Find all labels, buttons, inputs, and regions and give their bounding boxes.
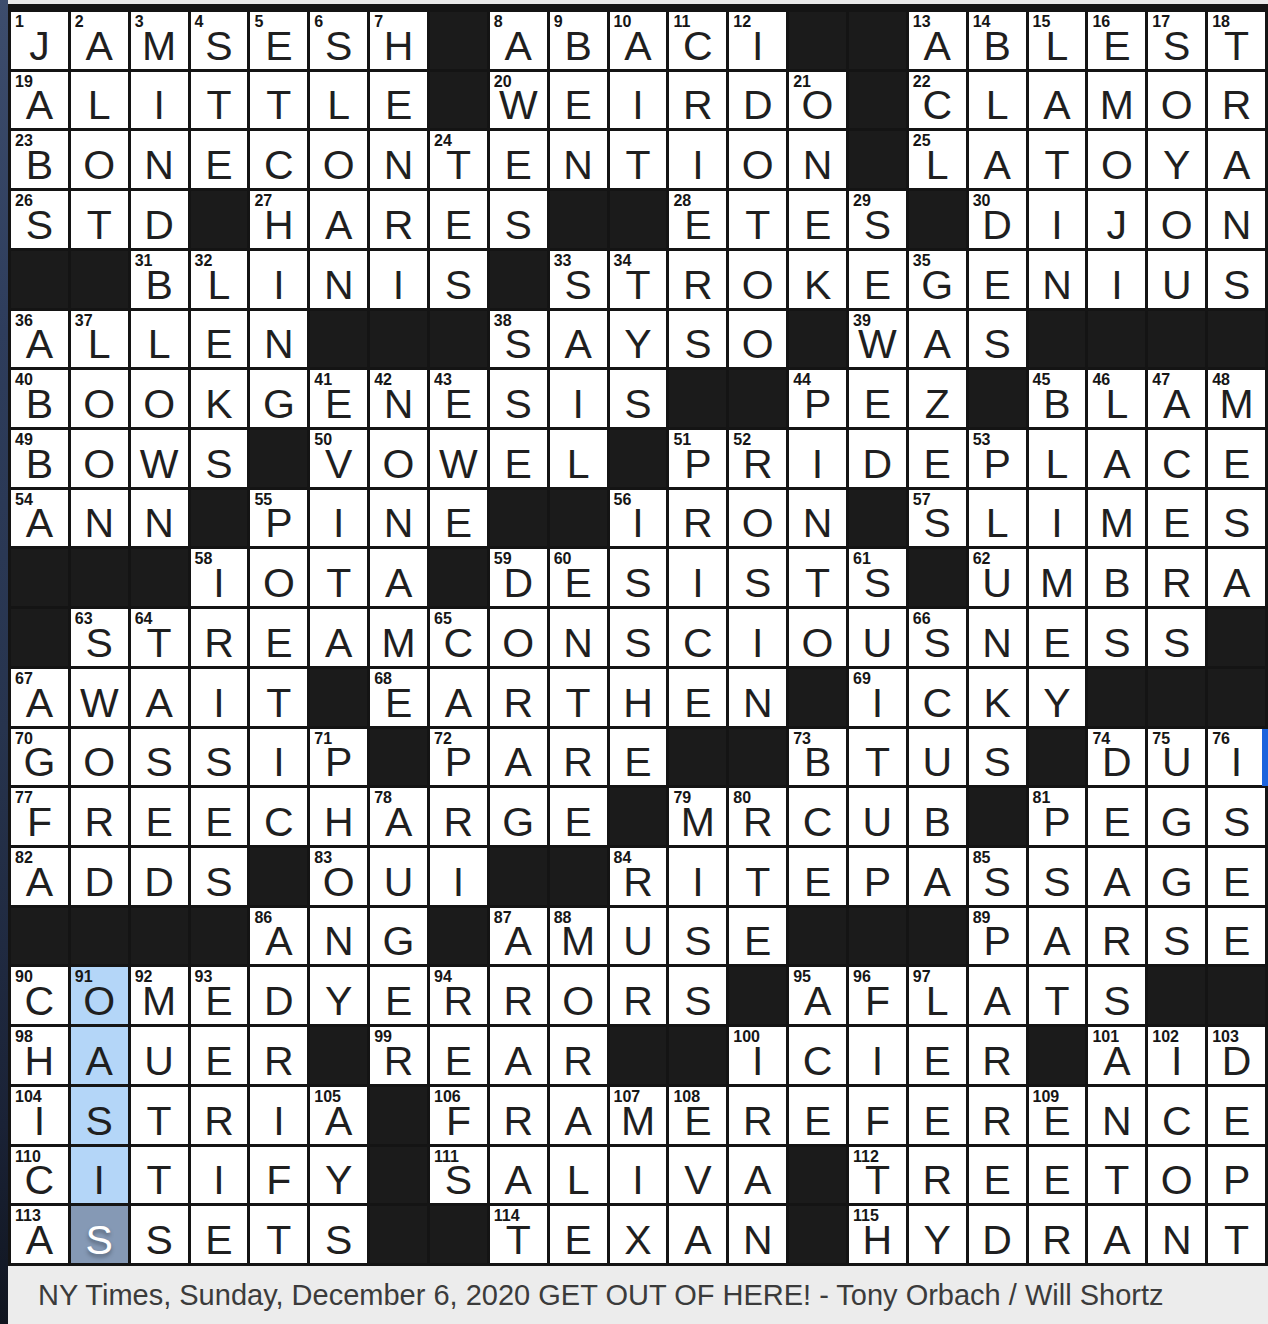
cell-2-4[interactable]: T (191, 72, 248, 129)
cell-18-5[interactable]: R (250, 1027, 307, 1084)
cell-8-19[interactable]: A (1088, 430, 1145, 487)
cell-14-8[interactable]: R (430, 788, 487, 845)
cell-19-17[interactable]: R (969, 1087, 1026, 1144)
cell-6-11[interactable]: Y (610, 311, 667, 368)
cell-20-9[interactable]: A (490, 1147, 547, 1204)
cell-9-16[interactable]: 57S (909, 490, 966, 547)
cell-11-14[interactable]: O (789, 609, 846, 666)
cell-18-4[interactable]: E (191, 1027, 248, 1084)
cell-7-3[interactable]: O (131, 370, 188, 427)
cell-4-21[interactable]: N (1208, 191, 1265, 248)
cell-3-1[interactable]: 23B (11, 131, 68, 188)
cell-12-2[interactable]: W (71, 669, 128, 726)
cell-20-5[interactable]: F (250, 1147, 307, 1204)
cell-2-18[interactable]: A (1029, 72, 1086, 129)
cell-19-21[interactable]: E (1208, 1087, 1265, 1144)
cell-4-17[interactable]: 30D (969, 191, 1026, 248)
cell-19-16[interactable]: E (909, 1087, 966, 1144)
cell-18-8[interactable]: E (430, 1027, 487, 1084)
cell-17-15[interactable]: 96F (849, 967, 906, 1024)
cell-4-14[interactable]: E (789, 191, 846, 248)
cell-21-2[interactable]: S (71, 1206, 128, 1263)
cell-1-7[interactable]: 7H (370, 12, 427, 69)
cell-13-5[interactable]: I (250, 729, 307, 786)
cell-17-8[interactable]: 94R (430, 967, 487, 1024)
cell-2-16[interactable]: 22C (909, 72, 966, 129)
cell-8-3[interactable]: W (131, 430, 188, 487)
cell-17-9[interactable]: R (490, 967, 547, 1024)
cell-3-18[interactable]: T (1029, 131, 1086, 188)
cell-4-9[interactable]: S (490, 191, 547, 248)
cell-21-18[interactable]: R (1029, 1206, 1086, 1263)
cell-9-2[interactable]: N (71, 490, 128, 547)
cell-15-1[interactable]: 82A (11, 848, 68, 905)
cell-12-15[interactable]: 69I (849, 669, 906, 726)
cell-6-13[interactable]: O (729, 311, 786, 368)
cell-19-2[interactable]: S (71, 1087, 128, 1144)
cell-5-19[interactable]: I (1088, 251, 1145, 308)
cell-14-15[interactable]: U (849, 788, 906, 845)
cell-19-18[interactable]: 109E (1029, 1087, 1086, 1144)
cell-18-14[interactable]: C (789, 1027, 846, 1084)
cell-1-18[interactable]: 15L (1029, 12, 1086, 69)
cell-3-16[interactable]: 25L (909, 131, 966, 188)
cell-7-5[interactable]: G (250, 370, 307, 427)
cell-18-9[interactable]: A (490, 1027, 547, 1084)
cell-3-12[interactable]: I (669, 131, 726, 188)
cell-13-20[interactable]: 75U (1148, 729, 1205, 786)
cell-15-8[interactable]: I (430, 848, 487, 905)
cell-5-7[interactable]: I (370, 251, 427, 308)
cell-14-7[interactable]: 78A (370, 788, 427, 845)
cell-4-3[interactable]: D (131, 191, 188, 248)
cell-4-13[interactable]: T (729, 191, 786, 248)
cell-15-18[interactable]: S (1029, 848, 1086, 905)
cell-8-9[interactable]: E (490, 430, 547, 487)
cell-8-12[interactable]: 51P (669, 430, 726, 487)
cell-21-13[interactable]: N (729, 1206, 786, 1263)
cell-18-17[interactable]: R (969, 1027, 1026, 1084)
cell-12-4[interactable]: I (191, 669, 248, 726)
cell-16-6[interactable]: N (310, 908, 367, 965)
cell-21-16[interactable]: Y (909, 1206, 966, 1263)
cell-2-9[interactable]: 20W (490, 72, 547, 129)
cell-1-9[interactable]: 8A (490, 12, 547, 69)
cell-5-5[interactable]: I (250, 251, 307, 308)
cell-17-14[interactable]: 95A (789, 967, 846, 1024)
cell-10-18[interactable]: M (1029, 549, 1086, 606)
cell-19-12[interactable]: 108E (669, 1087, 726, 1144)
cell-2-19[interactable]: M (1088, 72, 1145, 129)
cell-5-3[interactable]: 31B (131, 251, 188, 308)
cell-17-7[interactable]: E (370, 967, 427, 1024)
cell-19-20[interactable]: C (1148, 1087, 1205, 1144)
cell-5-21[interactable]: S (1208, 251, 1265, 308)
cell-15-17[interactable]: 85S (969, 848, 1026, 905)
cell-11-7[interactable]: M (370, 609, 427, 666)
cell-14-21[interactable]: S (1208, 788, 1265, 845)
cell-14-2[interactable]: R (71, 788, 128, 845)
cell-17-2[interactable]: 91O (71, 967, 128, 1024)
cell-3-11[interactable]: T (610, 131, 667, 188)
cell-9-14[interactable]: N (789, 490, 846, 547)
cell-4-12[interactable]: 28E (669, 191, 726, 248)
cell-6-1[interactable]: 36A (11, 311, 68, 368)
cell-20-16[interactable]: R (909, 1147, 966, 1204)
cell-10-19[interactable]: B (1088, 549, 1145, 606)
cell-2-17[interactable]: L (969, 72, 1026, 129)
cell-7-1[interactable]: 40B (11, 370, 68, 427)
cell-17-17[interactable]: A (969, 967, 1026, 1024)
cell-1-4[interactable]: 4S (191, 12, 248, 69)
cell-14-10[interactable]: E (550, 788, 607, 845)
cell-2-20[interactable]: O (1148, 72, 1205, 129)
cell-8-6[interactable]: 50V (310, 430, 367, 487)
cell-9-19[interactable]: M (1088, 490, 1145, 547)
cell-1-19[interactable]: 16E (1088, 12, 1145, 69)
cell-16-10[interactable]: 88M (550, 908, 607, 965)
cell-16-11[interactable]: U (610, 908, 667, 965)
cell-6-12[interactable]: S (669, 311, 726, 368)
cell-14-18[interactable]: 81P (1029, 788, 1086, 845)
cell-10-21[interactable]: A (1208, 549, 1265, 606)
cell-12-17[interactable]: K (969, 669, 1026, 726)
cell-20-2[interactable]: I (71, 1147, 128, 1204)
cell-10-17[interactable]: 62U (969, 549, 1026, 606)
cell-12-18[interactable]: Y (1029, 669, 1086, 726)
cell-12-3[interactable]: A (131, 669, 188, 726)
cell-21-6[interactable]: S (310, 1206, 367, 1263)
cell-5-16[interactable]: 35G (909, 251, 966, 308)
cell-21-9[interactable]: 114T (490, 1206, 547, 1263)
cell-20-15[interactable]: 112T (849, 1147, 906, 1204)
cell-8-8[interactable]: W (430, 430, 487, 487)
cell-16-5[interactable]: 86A (250, 908, 307, 965)
cell-12-16[interactable]: C (909, 669, 966, 726)
cell-17-19[interactable]: S (1088, 967, 1145, 1024)
cell-7-14[interactable]: 44P (789, 370, 846, 427)
cell-18-13[interactable]: 100I (729, 1027, 786, 1084)
cell-20-11[interactable]: I (610, 1147, 667, 1204)
cell-14-4[interactable]: E (191, 788, 248, 845)
cell-20-13[interactable]: A (729, 1147, 786, 1204)
cell-8-16[interactable]: E (909, 430, 966, 487)
cell-4-19[interactable]: J (1088, 191, 1145, 248)
cell-21-10[interactable]: E (550, 1206, 607, 1263)
cell-4-1[interactable]: 26S (11, 191, 68, 248)
cell-20-12[interactable]: V (669, 1147, 726, 1204)
cell-13-1[interactable]: 70G (11, 729, 68, 786)
cell-1-2[interactable]: 2A (71, 12, 128, 69)
cell-11-8[interactable]: 65C (430, 609, 487, 666)
cell-16-17[interactable]: 89P (969, 908, 1026, 965)
cell-11-13[interactable]: I (729, 609, 786, 666)
cell-9-1[interactable]: 54A (11, 490, 68, 547)
cell-11-2[interactable]: 63S (71, 609, 128, 666)
cell-6-10[interactable]: A (550, 311, 607, 368)
cell-19-1[interactable]: 104I (11, 1087, 68, 1144)
cell-21-17[interactable]: D (969, 1206, 1026, 1263)
cell-17-6[interactable]: Y (310, 967, 367, 1024)
cell-8-4[interactable]: S (191, 430, 248, 487)
cell-2-5[interactable]: T (250, 72, 307, 129)
cell-11-16[interactable]: 66S (909, 609, 966, 666)
cell-15-21[interactable]: E (1208, 848, 1265, 905)
cell-1-1[interactable]: 1J (11, 12, 68, 69)
cell-11-12[interactable]: C (669, 609, 726, 666)
cell-6-4[interactable]: E (191, 311, 248, 368)
cell-21-3[interactable]: S (131, 1206, 188, 1263)
cell-2-14[interactable]: 21O (789, 72, 846, 129)
cell-10-10[interactable]: 60E (550, 549, 607, 606)
cell-5-17[interactable]: E (969, 251, 1026, 308)
cell-11-11[interactable]: S (610, 609, 667, 666)
cell-1-10[interactable]: 9B (550, 12, 607, 69)
cell-21-12[interactable]: A (669, 1206, 726, 1263)
cell-10-12[interactable]: I (669, 549, 726, 606)
cell-8-15[interactable]: D (849, 430, 906, 487)
cell-20-20[interactable]: O (1148, 1147, 1205, 1204)
cell-11-6[interactable]: A (310, 609, 367, 666)
cell-17-12[interactable]: S (669, 967, 726, 1024)
cell-10-13[interactable]: S (729, 549, 786, 606)
cell-5-13[interactable]: O (729, 251, 786, 308)
cell-5-6[interactable]: N (310, 251, 367, 308)
cell-14-13[interactable]: 80R (729, 788, 786, 845)
cell-19-4[interactable]: R (191, 1087, 248, 1144)
cell-7-7[interactable]: 42N (370, 370, 427, 427)
cell-11-3[interactable]: 64T (131, 609, 188, 666)
cell-10-6[interactable]: T (310, 549, 367, 606)
cell-5-18[interactable]: N (1029, 251, 1086, 308)
cell-7-9[interactable]: S (490, 370, 547, 427)
cell-19-19[interactable]: N (1088, 1087, 1145, 1144)
cell-7-2[interactable]: O (71, 370, 128, 427)
cell-21-11[interactable]: X (610, 1206, 667, 1263)
cell-7-19[interactable]: 46L (1088, 370, 1145, 427)
cell-18-21[interactable]: 103D (1208, 1027, 1265, 1084)
cell-2-10[interactable]: E (550, 72, 607, 129)
cell-9-18[interactable]: I (1029, 490, 1086, 547)
cell-1-13[interactable]: 12I (729, 12, 786, 69)
cell-13-9[interactable]: A (490, 729, 547, 786)
cell-3-8[interactable]: 24T (430, 131, 487, 188)
cell-21-1[interactable]: 113A (11, 1206, 68, 1263)
cell-1-17[interactable]: 14B (969, 12, 1026, 69)
cell-9-11[interactable]: 56I (610, 490, 667, 547)
cell-13-14[interactable]: 73B (789, 729, 846, 786)
cell-15-13[interactable]: T (729, 848, 786, 905)
cell-8-10[interactable]: L (550, 430, 607, 487)
cell-3-19[interactable]: O (1088, 131, 1145, 188)
cell-8-7[interactable]: O (370, 430, 427, 487)
cell-7-8[interactable]: 43E (430, 370, 487, 427)
cell-11-15[interactable]: U (849, 609, 906, 666)
cell-17-18[interactable]: T (1029, 967, 1086, 1024)
cell-15-6[interactable]: 83O (310, 848, 367, 905)
cell-15-14[interactable]: E (789, 848, 846, 905)
cell-10-14[interactable]: T (789, 549, 846, 606)
cell-4-6[interactable]: A (310, 191, 367, 248)
cell-19-11[interactable]: 107M (610, 1087, 667, 1144)
cell-21-21[interactable]: T (1208, 1206, 1265, 1263)
cell-5-15[interactable]: E (849, 251, 906, 308)
cell-9-8[interactable]: E (430, 490, 487, 547)
cell-15-16[interactable]: A (909, 848, 966, 905)
cell-10-11[interactable]: S (610, 549, 667, 606)
cell-3-13[interactable]: O (729, 131, 786, 188)
cell-13-8[interactable]: 72P (430, 729, 487, 786)
cell-18-16[interactable]: E (909, 1027, 966, 1084)
cell-17-1[interactable]: 90C (11, 967, 68, 1024)
cell-9-17[interactable]: L (969, 490, 1026, 547)
cell-13-2[interactable]: O (71, 729, 128, 786)
cell-4-18[interactable]: I (1029, 191, 1086, 248)
cell-18-1[interactable]: 98H (11, 1027, 68, 1084)
cell-8-17[interactable]: 53P (969, 430, 1026, 487)
cell-14-20[interactable]: G (1148, 788, 1205, 845)
cell-17-16[interactable]: 97L (909, 967, 966, 1024)
cell-12-11[interactable]: H (610, 669, 667, 726)
cell-9-21[interactable]: S (1208, 490, 1265, 547)
cell-21-19[interactable]: A (1088, 1206, 1145, 1263)
cell-20-10[interactable]: L (550, 1147, 607, 1204)
cell-7-21[interactable]: 48M (1208, 370, 1265, 427)
cell-5-20[interactable]: U (1148, 251, 1205, 308)
cell-4-15[interactable]: 29S (849, 191, 906, 248)
cell-1-5[interactable]: 5E (250, 12, 307, 69)
cell-15-20[interactable]: G (1148, 848, 1205, 905)
cell-19-10[interactable]: A (550, 1087, 607, 1144)
cell-18-7[interactable]: 99R (370, 1027, 427, 1084)
cell-10-5[interactable]: O (250, 549, 307, 606)
cell-3-9[interactable]: E (490, 131, 547, 188)
cell-15-15[interactable]: P (849, 848, 906, 905)
cell-3-21[interactable]: A (1208, 131, 1265, 188)
cell-9-12[interactable]: R (669, 490, 726, 547)
cell-1-6[interactable]: 6S (310, 12, 367, 69)
cell-4-2[interactable]: T (71, 191, 128, 248)
cell-3-20[interactable]: Y (1148, 131, 1205, 188)
cell-17-11[interactable]: R (610, 967, 667, 1024)
cell-13-3[interactable]: S (131, 729, 188, 786)
cell-4-8[interactable]: E (430, 191, 487, 248)
cell-7-15[interactable]: E (849, 370, 906, 427)
cell-13-16[interactable]: U (909, 729, 966, 786)
cell-7-18[interactable]: 45B (1029, 370, 1086, 427)
cell-10-4[interactable]: 58I (191, 549, 248, 606)
cell-17-10[interactable]: O (550, 967, 607, 1024)
cell-16-20[interactable]: S (1148, 908, 1205, 965)
cell-17-4[interactable]: 93E (191, 967, 248, 1024)
cell-13-19[interactable]: 74D (1088, 729, 1145, 786)
cell-15-11[interactable]: 84R (610, 848, 667, 905)
cell-8-1[interactable]: 49B (11, 430, 68, 487)
cell-20-3[interactable]: T (131, 1147, 188, 1204)
cell-11-19[interactable]: S (1088, 609, 1145, 666)
cell-9-13[interactable]: O (729, 490, 786, 547)
cell-18-19[interactable]: 101A (1088, 1027, 1145, 1084)
cell-2-13[interactable]: D (729, 72, 786, 129)
cell-4-7[interactable]: R (370, 191, 427, 248)
cell-16-13[interactable]: E (729, 908, 786, 965)
cell-20-6[interactable]: Y (310, 1147, 367, 1204)
cell-7-4[interactable]: K (191, 370, 248, 427)
cell-1-3[interactable]: 3M (131, 12, 188, 69)
cell-18-15[interactable]: I (849, 1027, 906, 1084)
cell-19-9[interactable]: R (490, 1087, 547, 1144)
cell-6-17[interactable]: S (969, 311, 1026, 368)
cell-14-19[interactable]: E (1088, 788, 1145, 845)
cell-11-10[interactable]: N (550, 609, 607, 666)
cell-3-4[interactable]: E (191, 131, 248, 188)
cell-21-5[interactable]: T (250, 1206, 307, 1263)
cell-4-5[interactable]: 27H (250, 191, 307, 248)
cell-13-21[interactable]: 76I (1208, 729, 1265, 786)
cell-10-15[interactable]: 61S (849, 549, 906, 606)
cell-3-10[interactable]: N (550, 131, 607, 188)
cell-16-9[interactable]: 87A (490, 908, 547, 965)
cell-12-8[interactable]: A (430, 669, 487, 726)
cell-18-2[interactable]: A (71, 1027, 128, 1084)
cell-3-7[interactable]: N (370, 131, 427, 188)
cell-2-2[interactable]: L (71, 72, 128, 129)
cell-16-21[interactable]: E (1208, 908, 1265, 965)
cell-13-6[interactable]: 71P (310, 729, 367, 786)
cell-9-20[interactable]: E (1148, 490, 1205, 547)
cell-1-12[interactable]: 11C (669, 12, 726, 69)
cell-20-1[interactable]: 110C (11, 1147, 68, 1204)
cell-14-14[interactable]: C (789, 788, 846, 845)
cell-10-9[interactable]: 59D (490, 549, 547, 606)
cell-8-13[interactable]: 52R (729, 430, 786, 487)
cell-15-12[interactable]: I (669, 848, 726, 905)
cell-19-5[interactable]: I (250, 1087, 307, 1144)
cell-16-18[interactable]: A (1029, 908, 1086, 965)
cell-7-6[interactable]: 41E (310, 370, 367, 427)
cell-8-18[interactable]: L (1029, 430, 1086, 487)
cell-13-15[interactable]: T (849, 729, 906, 786)
cell-5-12[interactable]: R (669, 251, 726, 308)
cell-1-16[interactable]: 13A (909, 12, 966, 69)
cell-12-12[interactable]: E (669, 669, 726, 726)
cell-2-12[interactable]: R (669, 72, 726, 129)
cell-16-12[interactable]: S (669, 908, 726, 965)
cell-21-15[interactable]: 115H (849, 1206, 906, 1263)
cell-1-21[interactable]: 18T (1208, 12, 1265, 69)
cell-7-20[interactable]: 47A (1148, 370, 1205, 427)
cell-14-1[interactable]: 77F (11, 788, 68, 845)
cell-7-11[interactable]: S (610, 370, 667, 427)
cell-6-2[interactable]: 37L (71, 311, 128, 368)
cell-10-7[interactable]: A (370, 549, 427, 606)
cell-5-8[interactable]: S (430, 251, 487, 308)
cell-20-21[interactable]: P (1208, 1147, 1265, 1204)
cell-12-10[interactable]: T (550, 669, 607, 726)
cell-18-3[interactable]: U (131, 1027, 188, 1084)
cell-19-6[interactable]: 105A (310, 1087, 367, 1144)
cell-19-15[interactable]: F (849, 1087, 906, 1144)
cell-11-18[interactable]: E (1029, 609, 1086, 666)
cell-3-17[interactable]: A (969, 131, 1026, 188)
cell-3-5[interactable]: C (250, 131, 307, 188)
cell-13-17[interactable]: S (969, 729, 1026, 786)
cell-15-2[interactable]: D (71, 848, 128, 905)
cell-13-10[interactable]: R (550, 729, 607, 786)
cell-16-19[interactable]: R (1088, 908, 1145, 965)
cell-7-10[interactable]: I (550, 370, 607, 427)
cell-8-2[interactable]: O (71, 430, 128, 487)
